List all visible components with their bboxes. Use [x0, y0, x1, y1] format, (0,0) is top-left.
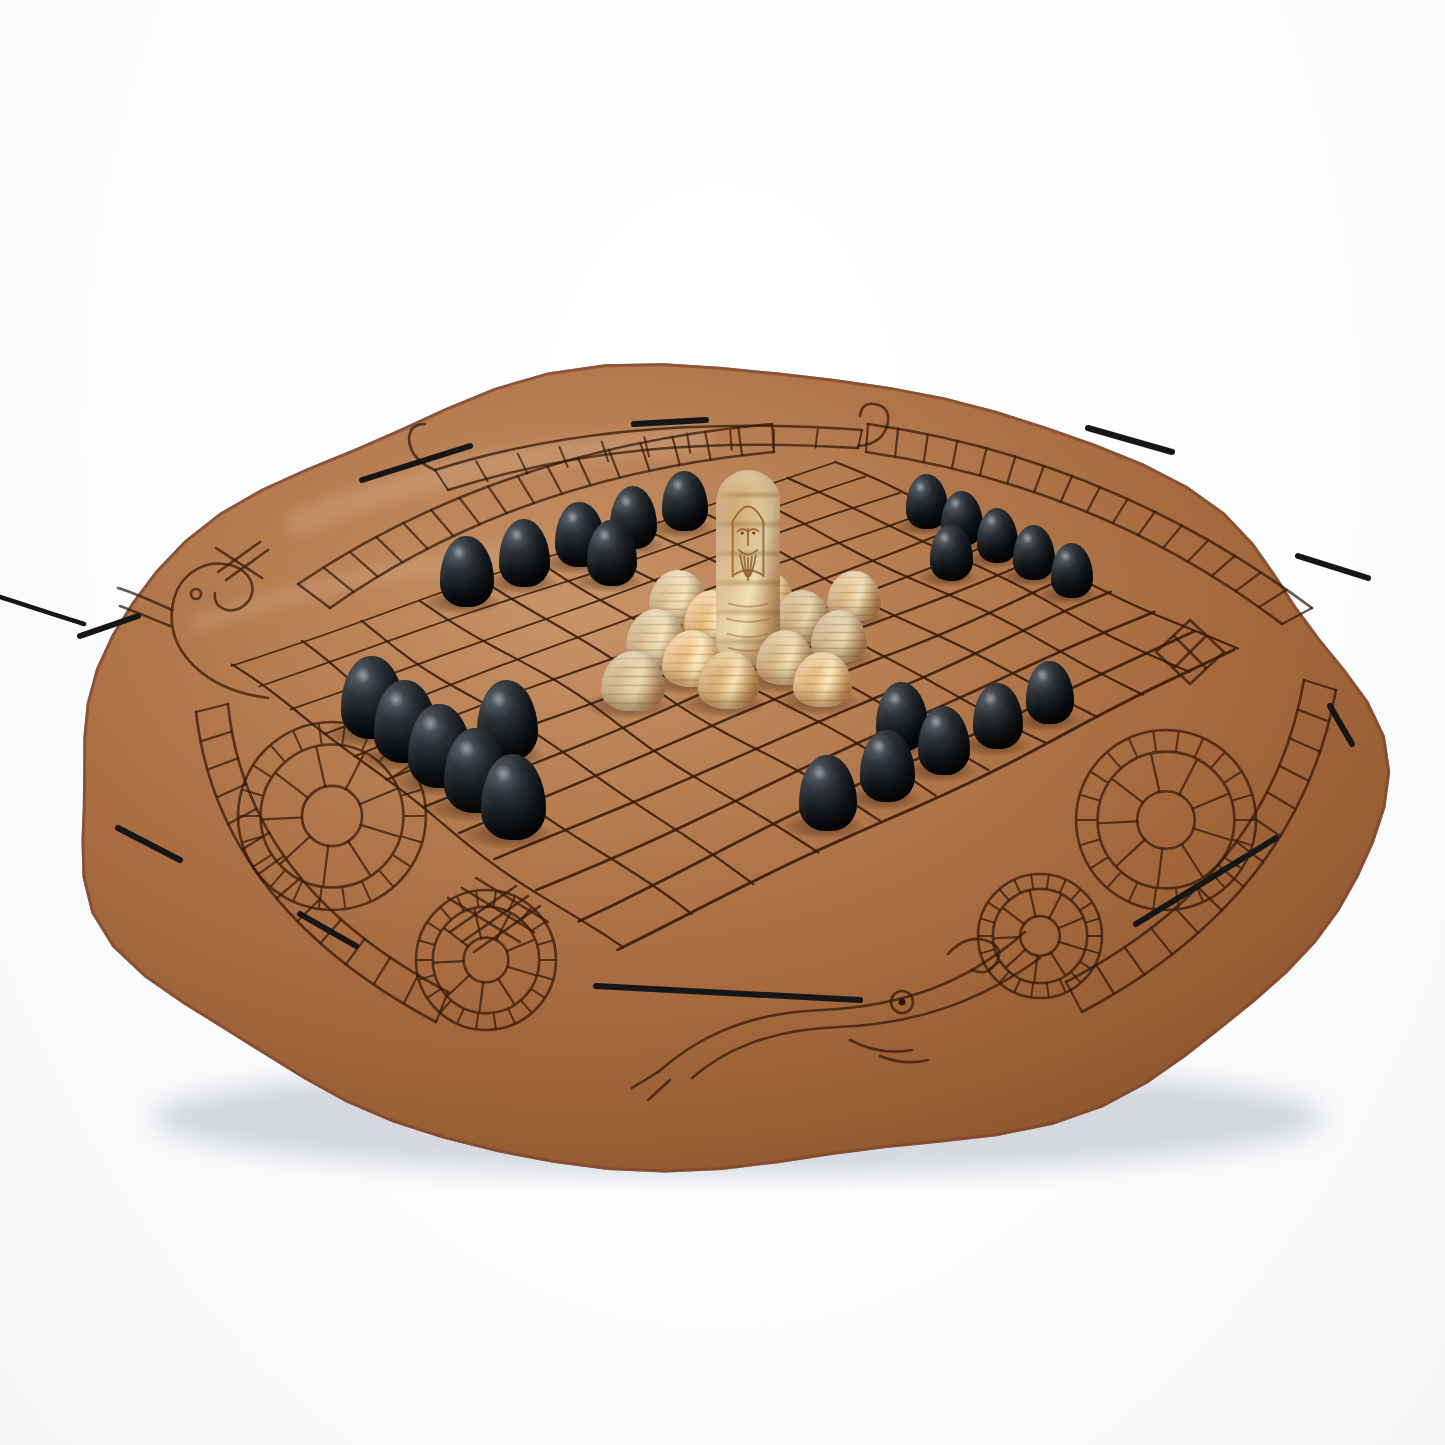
product-photo-scene: [0, 0, 1445, 1445]
leather-mat: [0, 0, 1445, 1445]
